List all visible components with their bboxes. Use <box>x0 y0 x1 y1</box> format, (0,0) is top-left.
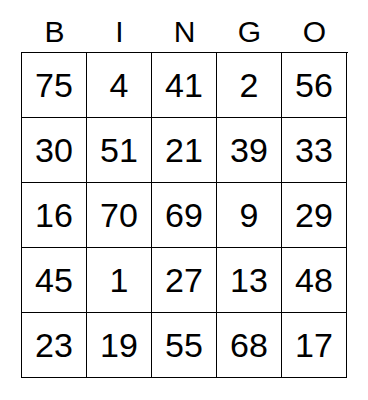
bingo-cell-r5c1[interactable]: 23 <box>22 313 87 378</box>
bingo-cell-r1c2[interactable]: 4 <box>87 53 152 118</box>
bingo-cell-r5c2[interactable]: 19 <box>87 313 152 378</box>
header-letter-n: N <box>152 17 217 52</box>
bingo-cell-r2c5[interactable]: 33 <box>282 118 347 183</box>
bingo-cell-r1c3[interactable]: 41 <box>152 53 217 118</box>
bingo-cell-r3c5[interactable]: 29 <box>282 183 347 248</box>
bingo-cell-r5c4[interactable]: 68 <box>217 313 282 378</box>
bingo-cell-r5c3[interactable]: 55 <box>152 313 217 378</box>
bingo-card: B I N G O 75 4 41 2 56 30 51 21 39 33 16… <box>21 0 348 378</box>
bingo-cell-r3c1[interactable]: 16 <box>22 183 87 248</box>
bingo-cell-r1c1[interactable]: 75 <box>22 53 87 118</box>
header-letter-b: B <box>22 17 87 52</box>
header-letter-i: I <box>87 17 152 52</box>
bingo-cell-r3c3[interactable]: 69 <box>152 183 217 248</box>
bingo-cell-r2c3[interactable]: 21 <box>152 118 217 183</box>
bingo-cell-r2c2[interactable]: 51 <box>87 118 152 183</box>
header-letter-g: G <box>217 17 282 52</box>
bingo-cell-r2c1[interactable]: 30 <box>22 118 87 183</box>
bingo-cell-r4c3[interactable]: 27 <box>152 248 217 313</box>
bingo-number-grid: 75 4 41 2 56 30 51 21 39 33 16 70 69 9 2… <box>21 52 348 378</box>
bingo-header-row: B I N G O <box>21 0 348 52</box>
bingo-cell-r4c2[interactable]: 1 <box>87 248 152 313</box>
bingo-cell-r4c5[interactable]: 48 <box>282 248 347 313</box>
bingo-cell-r4c1[interactable]: 45 <box>22 248 87 313</box>
header-letter-o: O <box>282 17 347 52</box>
bingo-cell-r5c5[interactable]: 17 <box>282 313 347 378</box>
bingo-cell-r1c5[interactable]: 56 <box>282 53 347 118</box>
bingo-cell-r4c4[interactable]: 13 <box>217 248 282 313</box>
bingo-cell-r3c4[interactable]: 9 <box>217 183 282 248</box>
bingo-cell-r3c2[interactable]: 70 <box>87 183 152 248</box>
bingo-cell-r2c4[interactable]: 39 <box>217 118 282 183</box>
bingo-cell-r1c4[interactable]: 2 <box>217 53 282 118</box>
